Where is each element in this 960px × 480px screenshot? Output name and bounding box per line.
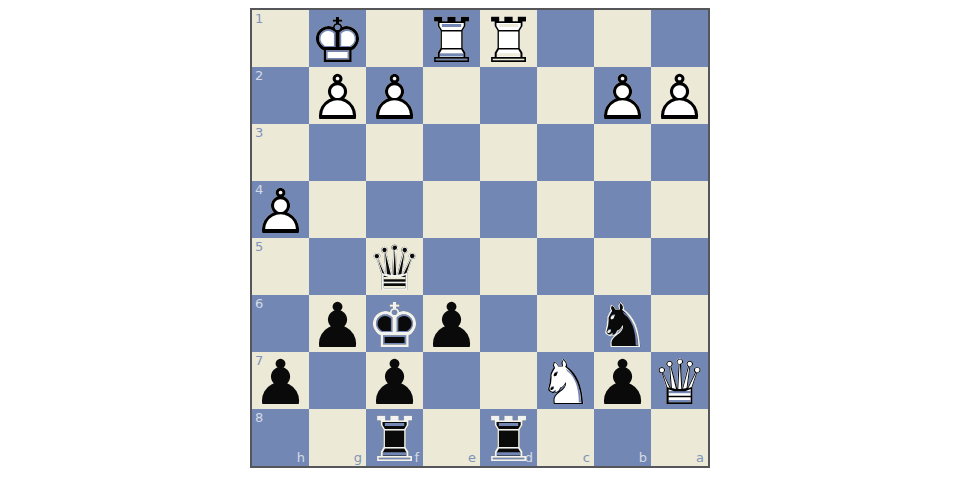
piece-outline-layer: ♙ [594,69,651,126]
piece-fill-layer: ♟ [252,183,309,240]
square-f1[interactable] [366,10,423,67]
square-a1[interactable] [651,10,708,67]
square-a3[interactable] [651,124,708,181]
square-b2[interactable]: ♟♙ [594,67,651,124]
rank-label-3: 3 [255,126,263,140]
square-h3[interactable]: 3 [252,124,309,181]
square-e6[interactable]: ♟ [423,295,480,352]
square-e7[interactable] [423,352,480,409]
rank-label-1: 1 [255,12,263,26]
square-f2[interactable]: ♟♙ [366,67,423,124]
square-f7[interactable]: ♟ [366,352,423,409]
square-d7[interactable] [480,352,537,409]
square-e1[interactable]: ♜♖ [423,10,480,67]
chess-board: 1♚♔♜♖♜♖2♟♙♟♙♟♙♟♙34♟♙5♛♕6♟♚♔♟♞♘7♟♟♞♘♟♛♕8h… [252,10,708,466]
file-label-g: g [354,451,362,465]
file-label-h: h [297,451,305,465]
black-pawn-piece: ♟ [594,352,651,409]
piece-outline-layer: ♔ [309,12,366,69]
black-pawn-piece: ♟ [366,352,423,409]
black-pawn-piece: ♟ [309,295,366,352]
piece-fill-layer: ♞ [537,354,594,411]
chess-board-frame: 1♚♔♜♖♜♖2♟♙♟♙♟♙♟♙34♟♙5♛♕6♟♚♔♟♞♘7♟♟♞♘♟♛♕8h… [250,8,710,468]
piece-outline-layer: ♕ [366,240,423,297]
rank-label-5: 5 [255,240,263,254]
piece-fill-layer: ♟ [423,297,480,354]
square-h8[interactable]: 8h [252,409,309,466]
rank-label-6: 6 [255,297,263,311]
piece-outline-layer: ♖ [366,411,423,468]
black-knight-piece: ♞♘ [594,295,651,352]
square-c8[interactable]: c [537,409,594,466]
black-king-piece: ♚♔ [366,295,423,352]
piece-fill-layer: ♜ [366,411,423,468]
square-c5[interactable] [537,238,594,295]
white-pawn-piece: ♟♙ [252,181,309,238]
square-d6[interactable] [480,295,537,352]
square-e5[interactable] [423,238,480,295]
piece-fill-layer: ♟ [366,69,423,126]
square-g7[interactable] [309,352,366,409]
square-f6[interactable]: ♚♔ [366,295,423,352]
square-g3[interactable] [309,124,366,181]
white-knight-piece: ♞♘ [537,352,594,409]
piece-fill-layer: ♚ [366,297,423,354]
white-pawn-piece: ♟♙ [309,67,366,124]
square-g6[interactable]: ♟ [309,295,366,352]
white-rook-piece: ♜♖ [480,10,537,67]
white-king-piece: ♚♔ [309,10,366,67]
square-g8[interactable]: g [309,409,366,466]
square-c3[interactable] [537,124,594,181]
square-g5[interactable] [309,238,366,295]
white-queen-piece: ♛♕ [651,352,708,409]
square-d8[interactable]: d♜♖ [480,409,537,466]
piece-fill-layer: ♚ [309,12,366,69]
piece-outline-layer: ♙ [252,183,309,240]
piece-fill-layer: ♟ [309,297,366,354]
square-b4[interactable] [594,181,651,238]
black-rook-piece: ♜♖ [366,409,423,466]
square-f3[interactable] [366,124,423,181]
square-f4[interactable] [366,181,423,238]
square-b3[interactable] [594,124,651,181]
square-a5[interactable] [651,238,708,295]
piece-fill-layer: ♟ [594,69,651,126]
white-pawn-piece: ♟♙ [366,67,423,124]
square-e4[interactable] [423,181,480,238]
square-e8[interactable]: e [423,409,480,466]
square-a6[interactable] [651,295,708,352]
square-b5[interactable] [594,238,651,295]
square-b1[interactable] [594,10,651,67]
square-e2[interactable] [423,67,480,124]
square-a2[interactable]: ♟♙ [651,67,708,124]
square-e3[interactable] [423,124,480,181]
rank-label-8: 8 [255,411,263,425]
square-d5[interactable] [480,238,537,295]
square-a4[interactable] [651,181,708,238]
square-h4[interactable]: 4♟♙ [252,181,309,238]
piece-outline-layer: ♖ [480,411,537,468]
square-c2[interactable] [537,67,594,124]
piece-fill-layer: ♛ [651,354,708,411]
square-d3[interactable] [480,124,537,181]
file-label-a: a [696,451,704,465]
white-pawn-piece: ♟♙ [651,67,708,124]
square-g1[interactable]: ♚♔ [309,10,366,67]
piece-fill-layer: ♛ [366,240,423,297]
piece-outline-layer: ♔ [366,297,423,354]
piece-fill-layer: ♟ [309,69,366,126]
square-b8[interactable]: b [594,409,651,466]
black-rook-piece: ♜♖ [480,409,537,466]
piece-outline-layer: ♕ [651,354,708,411]
square-a7[interactable]: ♛♕ [651,352,708,409]
rank-label-2: 2 [255,69,263,83]
file-label-c: c [583,451,590,465]
square-f8[interactable]: f♜♖ [366,409,423,466]
square-c7[interactable]: ♞♘ [537,352,594,409]
piece-outline-layer: ♖ [423,12,480,69]
piece-fill-layer: ♞ [594,297,651,354]
piece-fill-layer: ♟ [252,354,309,411]
piece-fill-layer: ♜ [423,12,480,69]
black-queen-piece: ♛♕ [366,238,423,295]
black-pawn-piece: ♟ [423,295,480,352]
square-c4[interactable] [537,181,594,238]
square-g4[interactable] [309,181,366,238]
piece-outline-layer: ♖ [480,12,537,69]
piece-outline-layer: ♘ [537,354,594,411]
square-b7[interactable]: ♟ [594,352,651,409]
piece-fill-layer: ♟ [594,354,651,411]
square-h5[interactable]: 5 [252,238,309,295]
white-rook-piece: ♜♖ [423,10,480,67]
black-pawn-piece: ♟ [252,352,309,409]
square-h1[interactable]: 1 [252,10,309,67]
piece-fill-layer: ♟ [651,69,708,126]
white-pawn-piece: ♟♙ [594,67,651,124]
square-a8[interactable]: a [651,409,708,466]
square-h7[interactable]: 7♟ [252,352,309,409]
square-f5[interactable]: ♛♕ [366,238,423,295]
piece-fill-layer: ♜ [480,12,537,69]
square-h2[interactable]: 2 [252,67,309,124]
square-g2[interactable]: ♟♙ [309,67,366,124]
piece-outline-layer: ♙ [651,69,708,126]
square-d1[interactable]: ♜♖ [480,10,537,67]
square-c1[interactable] [537,10,594,67]
file-label-e: e [468,451,476,465]
piece-outline-layer: ♙ [366,69,423,126]
square-d2[interactable] [480,67,537,124]
piece-outline-layer: ♘ [594,297,651,354]
square-b6[interactable]: ♞♘ [594,295,651,352]
square-h6[interactable]: 6 [252,295,309,352]
file-label-b: b [639,451,647,465]
piece-fill-layer: ♜ [480,411,537,468]
piece-fill-layer: ♟ [366,354,423,411]
square-c6[interactable] [537,295,594,352]
piece-outline-layer: ♙ [309,69,366,126]
square-d4[interactable] [480,181,537,238]
